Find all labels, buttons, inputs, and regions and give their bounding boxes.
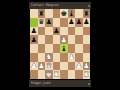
square-e8[interactable]: ♚ [60, 9, 68, 18]
black-pawn-piece[interactable]: ♟ [83, 18, 90, 25]
square-a5[interactable]: ♟ [30, 35, 38, 44]
top-player-name: Carlsen, Magnus [31, 2, 59, 9]
square-f4[interactable] [68, 44, 76, 53]
square-e1[interactable] [60, 70, 68, 79]
square-c6[interactable] [45, 27, 53, 36]
square-g5[interactable] [75, 35, 83, 44]
square-h6[interactable] [83, 27, 91, 36]
black-pawn-piece[interactable]: ♟ [30, 36, 37, 43]
square-b1[interactable] [38, 70, 46, 79]
square-h8[interactable]: ♜ [83, 9, 91, 18]
square-e5[interactable]: ♟ [60, 35, 68, 44]
square-c1[interactable]: ♚ [45, 70, 53, 79]
menu-icon[interactable] [88, 83, 90, 85]
square-b4[interactable] [38, 44, 46, 53]
white-pawn-piece[interactable]: ♟ [75, 62, 82, 69]
square-g2[interactable]: ♟ [75, 62, 83, 71]
square-d3[interactable] [53, 53, 61, 62]
black-pawn-piece[interactable]: ♟ [30, 27, 37, 34]
square-c3[interactable]: ♞ [45, 53, 53, 62]
menu-icon[interactable] [88, 5, 90, 7]
black-rook-piece[interactable]: ♜ [83, 9, 90, 16]
square-a4[interactable] [30, 44, 38, 53]
square-e4[interactable]: ♝ [60, 44, 68, 53]
white-knight-piece[interactable]: ♞ [45, 53, 52, 60]
white-rook-piece[interactable]: ♜ [53, 71, 60, 78]
black-queen-piece[interactable]: ♛ [38, 18, 45, 25]
black-bishop-piece[interactable]: ♝ [68, 9, 75, 16]
black-pawn-piece[interactable]: ♟ [68, 18, 75, 25]
square-h3[interactable] [83, 53, 91, 62]
square-e3[interactable] [60, 53, 68, 62]
square-b2[interactable]: ♟ [38, 62, 46, 71]
square-a8[interactable] [30, 9, 38, 18]
square-f2[interactable] [68, 62, 76, 71]
square-h4[interactable] [83, 44, 91, 53]
square-b8[interactable]: ♜ [38, 9, 46, 18]
square-c2[interactable]: ♛ [45, 62, 53, 71]
square-e2[interactable] [60, 62, 68, 71]
square-e7[interactable] [60, 18, 68, 27]
white-rook-piece[interactable]: ♜ [83, 71, 90, 78]
square-b3[interactable] [38, 53, 46, 62]
square-c8[interactable] [45, 9, 53, 18]
square-d6[interactable]: ♟ [53, 27, 61, 36]
square-e6[interactable] [60, 27, 68, 36]
white-pawn-piece[interactable]: ♟ [38, 62, 45, 69]
square-g8[interactable] [75, 9, 83, 18]
square-f1[interactable] [68, 70, 76, 79]
square-c5[interactable] [45, 35, 53, 44]
square-a7[interactable] [30, 18, 38, 27]
top-player-bar: Carlsen, Magnus [29, 2, 91, 9]
square-g1[interactable] [75, 70, 83, 79]
square-f6[interactable] [68, 27, 76, 36]
white-king-piece[interactable]: ♚ [45, 71, 52, 78]
square-d8[interactable] [53, 9, 61, 18]
square-d4[interactable] [53, 44, 61, 53]
black-bishop-piece[interactable]: ♝ [60, 44, 67, 51]
square-f5[interactable] [68, 35, 76, 44]
square-h7[interactable]: ♟ [83, 18, 91, 27]
black-pawn-piece[interactable]: ♟ [53, 27, 60, 34]
black-rook-piece[interactable]: ♜ [38, 9, 45, 16]
square-c7[interactable]: ♟ [45, 18, 53, 27]
black-king-piece[interactable]: ♚ [60, 9, 67, 16]
square-b7[interactable]: ♛ [38, 18, 46, 27]
square-a2[interactable]: ♟ [30, 62, 38, 71]
square-b6[interactable] [38, 27, 46, 36]
bottom-player-bar: Polgar, Judit [29, 80, 91, 87]
chess-app-window: Carlsen, Magnus ♜♚♝♜♛♟♟♟♟♟♟♟♟♝♞♟♟♟♛♟♟♚♜♜… [0, 0, 120, 90]
square-d7[interactable] [53, 18, 61, 27]
square-d1[interactable]: ♜ [53, 70, 61, 79]
square-d2[interactable] [53, 62, 61, 71]
square-g3[interactable] [75, 53, 83, 62]
square-a1[interactable] [30, 70, 38, 79]
square-b5[interactable] [38, 35, 46, 44]
square-g4[interactable] [75, 44, 83, 53]
square-f8[interactable]: ♝ [68, 9, 76, 18]
white-pawn-piece[interactable]: ♟ [68, 53, 75, 60]
square-c4[interactable] [45, 44, 53, 53]
white-pawn-piece[interactable]: ♟ [30, 62, 37, 69]
white-pawn-piece[interactable]: ♟ [60, 36, 67, 43]
square-f7[interactable]: ♟ [68, 18, 76, 27]
white-pawn-piece[interactable]: ♟ [83, 62, 90, 69]
square-a6[interactable]: ♟ [30, 27, 38, 36]
black-pawn-piece[interactable]: ♟ [45, 18, 52, 25]
square-a3[interactable] [30, 53, 38, 62]
square-g6[interactable] [75, 27, 83, 36]
white-queen-piece[interactable]: ♛ [45, 62, 52, 69]
square-g7[interactable]: ♟ [75, 18, 83, 27]
square-d5[interactable] [53, 35, 61, 44]
black-pawn-piece[interactable]: ♟ [75, 18, 82, 25]
square-h5[interactable] [83, 35, 91, 44]
chess-board[interactable]: ♜♚♝♜♛♟♟♟♟♟♟♟♟♝♞♟♟♟♛♟♟♚♜♜ [30, 9, 90, 79]
square-f3[interactable]: ♟ [68, 53, 76, 62]
bottom-player-name: Polgar, Judit [31, 80, 51, 87]
square-h2[interactable]: ♟ [83, 62, 91, 71]
square-h1[interactable]: ♜ [83, 70, 91, 79]
